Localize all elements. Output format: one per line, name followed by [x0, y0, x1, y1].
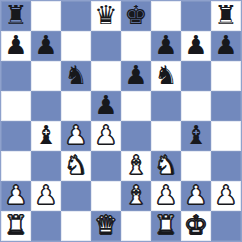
square-c3[interactable]: ♞ — [61, 151, 91, 181]
square-d8[interactable]: ♛ — [91, 1, 121, 31]
black-bishop-icon: ♝ — [184, 122, 207, 148]
square-d2[interactable] — [91, 181, 121, 211]
black-knight-icon: ♞ — [154, 62, 177, 88]
square-f4[interactable] — [151, 121, 181, 151]
square-f2[interactable]: ♟ — [151, 181, 181, 211]
square-g8[interactable] — [181, 1, 211, 31]
square-d5[interactable]: ♟ — [91, 91, 121, 121]
black-rook-icon: ♜ — [4, 2, 27, 28]
square-b6[interactable] — [31, 61, 61, 91]
chess-board: ♜♛♚♜♟♟♟♟♟♞♟♞♟♝♟♟♝♞♝♞♟♟♝♟♟♟♜♛♜♚ — [0, 0, 242, 242]
square-a5[interactable] — [1, 91, 31, 121]
square-e7[interactable] — [121, 31, 151, 61]
square-c4[interactable]: ♟ — [61, 121, 91, 151]
black-rook-icon: ♜ — [214, 2, 237, 28]
white-rook-icon: ♜ — [154, 212, 177, 238]
square-g6[interactable] — [181, 61, 211, 91]
square-g3[interactable] — [181, 151, 211, 181]
square-f7[interactable]: ♟ — [151, 31, 181, 61]
black-pawn-icon: ♟ — [214, 32, 237, 58]
square-b7[interactable]: ♟ — [31, 31, 61, 61]
black-pawn-icon: ♟ — [154, 32, 177, 58]
square-c8[interactable] — [61, 1, 91, 31]
square-c1[interactable] — [61, 211, 91, 241]
square-h6[interactable] — [211, 61, 241, 91]
square-h1[interactable] — [211, 211, 241, 241]
white-bishop-icon: ♝ — [124, 182, 147, 208]
square-c5[interactable] — [61, 91, 91, 121]
square-e8[interactable]: ♚ — [121, 1, 151, 31]
square-b4[interactable]: ♝ — [31, 121, 61, 151]
square-a8[interactable]: ♜ — [1, 1, 31, 31]
square-h2[interactable]: ♟ — [211, 181, 241, 211]
black-pawn-icon: ♟ — [4, 32, 27, 58]
square-h3[interactable] — [211, 151, 241, 181]
square-c2[interactable] — [61, 181, 91, 211]
white-pawn-icon: ♟ — [94, 122, 117, 148]
white-bishop-icon: ♝ — [124, 152, 147, 178]
square-e6[interactable]: ♟ — [121, 61, 151, 91]
white-pawn-icon: ♟ — [4, 182, 27, 208]
black-pawn-icon: ♟ — [34, 32, 57, 58]
white-pawn-icon: ♟ — [214, 182, 237, 208]
white-knight-icon: ♞ — [154, 152, 177, 178]
square-f1[interactable]: ♜ — [151, 211, 181, 241]
square-a6[interactable] — [1, 61, 31, 91]
square-e5[interactable] — [121, 91, 151, 121]
square-a2[interactable]: ♟ — [1, 181, 31, 211]
white-rook-icon: ♜ — [4, 212, 27, 238]
square-e1[interactable] — [121, 211, 151, 241]
square-d3[interactable] — [91, 151, 121, 181]
square-d6[interactable] — [91, 61, 121, 91]
square-b5[interactable] — [31, 91, 61, 121]
square-h5[interactable] — [211, 91, 241, 121]
square-g5[interactable] — [181, 91, 211, 121]
square-d7[interactable] — [91, 31, 121, 61]
square-a7[interactable]: ♟ — [1, 31, 31, 61]
black-pawn-icon: ♟ — [94, 92, 117, 118]
white-pawn-icon: ♟ — [184, 182, 207, 208]
square-g1[interactable]: ♚ — [181, 211, 211, 241]
square-a3[interactable] — [1, 151, 31, 181]
square-e3[interactable]: ♝ — [121, 151, 151, 181]
black-king-icon: ♚ — [124, 2, 147, 28]
black-queen-icon: ♛ — [94, 2, 117, 28]
square-f6[interactable]: ♞ — [151, 61, 181, 91]
square-f5[interactable] — [151, 91, 181, 121]
white-king-icon: ♚ — [184, 212, 207, 238]
square-a4[interactable] — [1, 121, 31, 151]
chess-board-wrapper: ♜♛♚♜♟♟♟♟♟♞♟♞♟♝♟♟♝♞♝♞♟♟♝♟♟♟♜♛♜♚ — [0, 0, 242, 242]
square-e4[interactable] — [121, 121, 151, 151]
square-a1[interactable]: ♜ — [1, 211, 31, 241]
white-knight-icon: ♞ — [64, 152, 87, 178]
square-h4[interactable] — [211, 121, 241, 151]
square-b3[interactable] — [31, 151, 61, 181]
square-f3[interactable]: ♞ — [151, 151, 181, 181]
white-pawn-icon: ♟ — [154, 182, 177, 208]
square-d4[interactable]: ♟ — [91, 121, 121, 151]
square-d1[interactable]: ♛ — [91, 211, 121, 241]
square-e2[interactable]: ♝ — [121, 181, 151, 211]
square-c6[interactable]: ♞ — [61, 61, 91, 91]
square-f8[interactable] — [151, 1, 181, 31]
square-c7[interactable] — [61, 31, 91, 61]
square-b1[interactable] — [31, 211, 61, 241]
white-pawn-icon: ♟ — [64, 122, 87, 148]
square-h7[interactable]: ♟ — [211, 31, 241, 61]
square-g2[interactable]: ♟ — [181, 181, 211, 211]
square-h8[interactable]: ♜ — [211, 1, 241, 31]
square-g4[interactable]: ♝ — [181, 121, 211, 151]
square-b2[interactable]: ♟ — [31, 181, 61, 211]
square-g7[interactable]: ♟ — [181, 31, 211, 61]
white-queen-icon: ♛ — [94, 212, 117, 238]
black-knight-icon: ♞ — [64, 62, 87, 88]
black-pawn-icon: ♟ — [124, 62, 147, 88]
white-pawn-icon: ♟ — [34, 182, 57, 208]
black-bishop-icon: ♝ — [34, 122, 57, 148]
square-b8[interactable] — [31, 1, 61, 31]
black-pawn-icon: ♟ — [184, 32, 207, 58]
